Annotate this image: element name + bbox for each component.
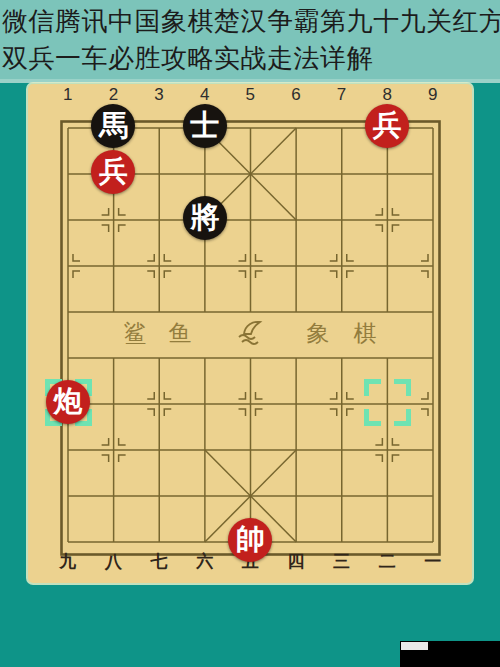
pieces-layer: 馬士兵兵將炮帥 <box>45 103 456 563</box>
file-number-top: 3 <box>136 85 182 105</box>
file-number-bottom: 一 <box>410 550 456 573</box>
red-soldier[interactable]: 兵 <box>91 150 135 194</box>
file-number-bottom: 九 <box>45 550 91 573</box>
video-watermark <box>400 641 500 667</box>
video-title: 微信腾讯中国象棋楚汉争霸第九十九关红方 双兵一车必胜攻略实战走法详解 <box>0 0 500 83</box>
file-number-bottom: 三 <box>319 550 365 573</box>
file-number-top: 5 <box>228 85 274 105</box>
file-number-top: 7 <box>319 85 365 105</box>
file-number-top: 8 <box>364 85 410 105</box>
board-point: 將 <box>182 195 228 241</box>
file-number-top: 9 <box>410 85 456 105</box>
black-general[interactable]: 將 <box>183 196 227 240</box>
file-number-top: 1 <box>45 85 91 105</box>
red-general[interactable]: 帥 <box>228 518 272 562</box>
watermark-badge <box>401 642 428 650</box>
black-advisor[interactable]: 士 <box>183 104 227 148</box>
file-number-bottom: 二 <box>364 550 410 573</box>
file-number-bottom: 八 <box>91 550 137 573</box>
board-point <box>364 379 410 425</box>
board-point: 馬 <box>91 103 137 149</box>
file-number-bottom: 六 <box>182 550 228 573</box>
file-number-top: 4 <box>182 85 228 105</box>
black-horse[interactable]: 馬 <box>91 104 135 148</box>
page: 微信腾讯中国象棋楚汉争霸第九十九关红方 双兵一车必胜攻略实战走法详解 12345… <box>0 0 500 667</box>
last-move-marker <box>364 379 411 426</box>
red-cannon[interactable]: 炮 <box>46 380 90 424</box>
red-soldier[interactable]: 兵 <box>365 104 409 148</box>
file-number-top: 2 <box>91 85 137 105</box>
file-number-bottom: 四 <box>273 550 319 573</box>
title-line-2: 双兵一车必胜攻略实战走法详解 <box>0 40 500 77</box>
title-line-1: 微信腾讯中国象棋楚汉争霸第九十九关红方 <box>0 3 500 40</box>
board-point: 兵 <box>91 149 137 195</box>
board-point: 兵 <box>364 103 410 149</box>
file-number-top: 6 <box>273 85 319 105</box>
xiangqi-board: 123456789 鲨鱼象棋 馬士兵兵將炮帥 九八七六五四三二一 <box>28 84 472 583</box>
board-point: 士 <box>182 103 228 149</box>
file-number-bottom: 七 <box>136 550 182 573</box>
top-file-numbers: 123456789 <box>45 85 456 105</box>
